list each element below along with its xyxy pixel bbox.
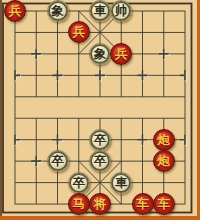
piece-glyph: 象 bbox=[51, 1, 64, 21]
piece-glyph: 炮 bbox=[158, 151, 171, 171]
piece-glyph: 卒 bbox=[51, 151, 64, 171]
piece-ivory-elephant[interactable]: 象 bbox=[47, 0, 69, 22]
piece-glyph: 将 bbox=[94, 194, 107, 214]
piece-ivory-general[interactable]: 帅 bbox=[110, 0, 132, 22]
piece-glyph: 炮 bbox=[158, 130, 171, 150]
piece-red-cannon[interactable]: 炮 bbox=[153, 150, 175, 172]
piece-glyph: 象 bbox=[94, 44, 107, 64]
piece-glyph: 兵 bbox=[73, 22, 86, 42]
xiangqi-board[interactable]: 兵象車帅兵象兵卒炮卒卒炮卒車马将车车 bbox=[0, 0, 197, 216]
piece-red-horse[interactable]: 马 bbox=[68, 193, 90, 215]
piece-glyph: 兵 bbox=[115, 44, 128, 64]
piece-red-soldier[interactable]: 兵 bbox=[110, 43, 132, 65]
piece-glyph: 卒 bbox=[73, 173, 86, 193]
piece-red-general[interactable]: 将 bbox=[89, 193, 111, 215]
piece-glyph: 马 bbox=[73, 194, 86, 214]
piece-glyph: 车 bbox=[136, 194, 149, 214]
pieces-grid: 兵象車帅兵象兵卒炮卒卒炮卒車马将车车 bbox=[4, 0, 195, 214]
piece-ivory-soldier[interactable]: 卒 bbox=[89, 150, 111, 172]
piece-red-soldier[interactable]: 兵 bbox=[68, 21, 90, 43]
piece-ivory-soldier[interactable]: 卒 bbox=[89, 129, 111, 151]
piece-ivory-elephant[interactable]: 象 bbox=[89, 43, 111, 65]
piece-glyph: 卒 bbox=[94, 130, 107, 150]
piece-glyph: 帅 bbox=[115, 1, 128, 21]
piece-ivory-chariot[interactable]: 車 bbox=[89, 0, 111, 22]
piece-red-cannon[interactable]: 炮 bbox=[153, 129, 175, 151]
piece-red-chariot[interactable]: 车 bbox=[132, 193, 154, 215]
piece-glyph: 兵 bbox=[9, 1, 22, 21]
piece-glyph: 車 bbox=[115, 173, 128, 193]
piece-ivory-chariot[interactable]: 車 bbox=[110, 172, 132, 194]
piece-ivory-soldier[interactable]: 卒 bbox=[47, 150, 69, 172]
piece-ivory-soldier[interactable]: 卒 bbox=[68, 172, 90, 194]
window-edge-shadow bbox=[0, 0, 2, 216]
piece-red-soldier[interactable]: 兵 bbox=[4, 0, 26, 22]
piece-red-chariot[interactable]: 车 bbox=[153, 193, 175, 215]
piece-glyph: 車 bbox=[94, 1, 107, 21]
piece-glyph: 车 bbox=[158, 194, 171, 214]
xiangqi-app: 兵象車帅兵象兵卒炮卒卒炮卒車马将车车 bbox=[0, 0, 200, 220]
piece-glyph: 卒 bbox=[94, 151, 107, 171]
